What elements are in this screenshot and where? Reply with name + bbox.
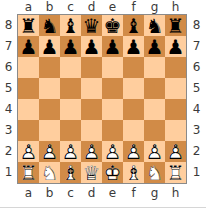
square-b8[interactable]: ♞	[39, 15, 60, 36]
piece-white-queen[interactable]: ♛♕	[81, 162, 102, 183]
piece-black-knight[interactable]: ♞	[144, 15, 165, 36]
file-label-g: g	[144, 184, 165, 204]
square-g1[interactable]: ♞♘	[144, 162, 165, 183]
piece-black-pawn[interactable]: ♟	[144, 36, 165, 57]
square-g5[interactable]	[144, 78, 165, 99]
white-pawn-fill: ♟	[165, 141, 186, 162]
rank-label-5: 5	[0, 78, 17, 99]
piece-black-knight[interactable]: ♞	[39, 15, 60, 36]
square-e3[interactable]	[102, 120, 123, 141]
square-f3[interactable]	[123, 120, 144, 141]
file-label-a: a	[18, 0, 39, 14]
square-c7[interactable]: ♟	[60, 36, 81, 57]
chess-diagram-screen: abcdefgh 87654321 ♜♞♝♛♚♝♞♜♟♟♟♟♟♟♟♟♟♙♟♙♟♙…	[0, 0, 206, 211]
left-rank-labels: 87654321	[0, 14, 17, 184]
white-pawn-fill: ♟	[102, 141, 123, 162]
black-queen-icon: ♛	[81, 15, 102, 36]
file-label-h: h	[165, 184, 186, 204]
rank-label-8: 8	[0, 15, 17, 36]
square-c8[interactable]: ♝	[60, 15, 81, 36]
file-label-c: c	[60, 0, 81, 14]
square-b3[interactable]	[39, 120, 60, 141]
piece-black-king[interactable]: ♚	[102, 15, 123, 36]
square-b7[interactable]: ♟	[39, 36, 60, 57]
white-rook-fill: ♜	[165, 162, 186, 183]
white-knight-icon: ♘	[39, 162, 60, 183]
square-c5[interactable]	[60, 78, 81, 99]
square-d3[interactable]	[81, 120, 102, 141]
square-g4[interactable]	[144, 99, 165, 120]
piece-black-pawn[interactable]: ♟	[123, 36, 144, 57]
piece-black-bishop[interactable]: ♝	[123, 15, 144, 36]
chess-board: ♜♞♝♛♚♝♞♜♟♟♟♟♟♟♟♟♟♙♟♙♟♙♟♙♟♙♟♙♟♙♟♙♜♖♞♘♝♗♛♕…	[17, 14, 187, 184]
square-g2[interactable]: ♟♙	[144, 141, 165, 162]
rank-label-6: 6	[0, 57, 17, 78]
square-a3[interactable]	[18, 120, 39, 141]
white-king-icon: ♔	[102, 162, 123, 183]
piece-black-rook[interactable]: ♜	[18, 15, 39, 36]
square-h5[interactable]	[165, 78, 186, 99]
square-f4[interactable]	[123, 99, 144, 120]
white-pawn-icon: ♙	[39, 141, 60, 162]
rank-label-4: 4	[187, 99, 206, 120]
file-label-e: e	[102, 184, 123, 204]
rank-label-7: 7	[0, 36, 17, 57]
white-pawn-fill: ♟	[144, 141, 165, 162]
square-e6[interactable]	[102, 57, 123, 78]
piece-black-queen[interactable]: ♛	[81, 15, 102, 36]
piece-white-pawn[interactable]: ♟♙	[144, 141, 165, 162]
square-a4[interactable]	[18, 99, 39, 120]
white-pawn-fill: ♟	[123, 141, 144, 162]
file-label-f: f	[123, 0, 144, 14]
black-pawn-icon: ♟	[102, 36, 123, 57]
piece-black-pawn[interactable]: ♟	[60, 36, 81, 57]
square-b4[interactable]	[39, 99, 60, 120]
piece-white-pawn[interactable]: ♟♙	[102, 141, 123, 162]
piece-black-pawn[interactable]: ♟	[18, 36, 39, 57]
rank-label-7: 7	[187, 36, 206, 57]
square-h7[interactable]: ♟	[165, 36, 186, 57]
rank-label-2: 2	[187, 141, 206, 162]
file-label-b: b	[39, 184, 60, 204]
file-label-e: e	[102, 0, 123, 14]
white-queen-icon: ♕	[81, 162, 102, 183]
square-e7[interactable]: ♟	[102, 36, 123, 57]
file-label-b: b	[39, 0, 60, 14]
black-pawn-icon: ♟	[123, 36, 144, 57]
white-pawn-icon: ♙	[18, 141, 39, 162]
rank-label-8: 8	[187, 15, 206, 36]
white-rook-icon: ♖	[165, 162, 186, 183]
white-pawn-fill: ♟	[39, 141, 60, 162]
piece-white-pawn[interactable]: ♟♙	[81, 141, 102, 162]
square-d8[interactable]: ♛	[81, 15, 102, 36]
file-label-h: h	[165, 0, 186, 14]
square-e5[interactable]	[102, 78, 123, 99]
black-knight-icon: ♞	[39, 15, 60, 36]
black-bishop-icon: ♝	[60, 15, 81, 36]
white-queen-fill: ♛	[81, 162, 102, 183]
black-pawn-icon: ♟	[18, 36, 39, 57]
square-g3[interactable]	[144, 120, 165, 141]
file-label-a: a	[18, 184, 39, 204]
square-c6[interactable]	[60, 57, 81, 78]
piece-black-pawn[interactable]: ♟	[102, 36, 123, 57]
piece-black-pawn[interactable]: ♟	[39, 36, 60, 57]
rank-label-1: 1	[187, 162, 206, 183]
square-d6[interactable]	[81, 57, 102, 78]
square-f1[interactable]: ♝♗	[123, 162, 144, 183]
file-label-f: f	[123, 184, 144, 204]
piece-white-bishop[interactable]: ♝♗	[123, 162, 144, 183]
square-h1[interactable]: ♜♖	[165, 162, 186, 183]
square-c2[interactable]: ♟♙	[60, 141, 81, 162]
rank-label-3: 3	[0, 120, 17, 141]
black-pawn-icon: ♟	[165, 36, 186, 57]
square-a2[interactable]: ♟♙	[18, 141, 39, 162]
square-g8[interactable]: ♞	[144, 15, 165, 36]
square-a6[interactable]	[18, 57, 39, 78]
bottom-file-labels: abcdefgh	[18, 184, 186, 204]
black-pawn-icon: ♟	[144, 36, 165, 57]
square-f5[interactable]	[123, 78, 144, 99]
rank-label-2: 2	[0, 141, 17, 162]
right-rank-labels: 87654321	[187, 14, 206, 184]
square-h6[interactable]	[165, 57, 186, 78]
square-a7[interactable]: ♟	[18, 36, 39, 57]
square-e1[interactable]: ♚♔	[102, 162, 123, 183]
square-e8[interactable]: ♚	[102, 15, 123, 36]
black-rook-icon: ♜	[18, 15, 39, 36]
square-f6[interactable]	[123, 57, 144, 78]
board-row: 87654321 ♜♞♝♛♚♝♞♜♟♟♟♟♟♟♟♟♟♙♟♙♟♙♟♙♟♙♟♙♟♙♟…	[0, 14, 206, 184]
square-d4[interactable]	[81, 99, 102, 120]
square-g7[interactable]: ♟	[144, 36, 165, 57]
square-d7[interactable]: ♟	[81, 36, 102, 57]
piece-white-pawn[interactable]: ♟♙	[123, 141, 144, 162]
white-rook-fill: ♜	[18, 162, 39, 183]
white-pawn-icon: ♙	[60, 141, 81, 162]
square-c1[interactable]: ♝♗	[60, 162, 81, 183]
piece-white-knight[interactable]: ♞♘	[144, 162, 165, 183]
white-pawn-fill: ♟	[18, 141, 39, 162]
file-label-c: c	[60, 184, 81, 204]
square-b5[interactable]	[39, 78, 60, 99]
square-f2[interactable]: ♟♙	[123, 141, 144, 162]
piece-white-pawn[interactable]: ♟♙	[60, 141, 81, 162]
piece-white-pawn[interactable]: ♟♙	[39, 141, 60, 162]
white-bishop-fill: ♝	[60, 162, 81, 183]
rank-label-4: 4	[0, 99, 17, 120]
black-pawn-icon: ♟	[60, 36, 81, 57]
square-h3[interactable]	[165, 120, 186, 141]
piece-white-pawn[interactable]: ♟♙	[165, 141, 186, 162]
rank-label-6: 6	[187, 57, 206, 78]
rank-label-5: 5	[187, 78, 206, 99]
black-rook-icon: ♜	[165, 15, 186, 36]
rank-label-3: 3	[187, 120, 206, 141]
white-bishop-icon: ♗	[123, 162, 144, 183]
black-pawn-icon: ♟	[39, 36, 60, 57]
white-pawn-fill: ♟	[81, 141, 102, 162]
white-knight-fill: ♞	[39, 162, 60, 183]
piece-black-pawn[interactable]: ♟	[165, 36, 186, 57]
file-label-d: d	[81, 0, 102, 14]
white-pawn-icon: ♙	[165, 141, 186, 162]
square-h4[interactable]	[165, 99, 186, 120]
file-label-d: d	[81, 184, 102, 204]
square-b2[interactable]: ♟♙	[39, 141, 60, 162]
piece-black-pawn[interactable]: ♟	[81, 36, 102, 57]
square-d1[interactable]: ♛♕	[81, 162, 102, 183]
black-knight-icon: ♞	[144, 15, 165, 36]
black-pawn-icon: ♟	[81, 36, 102, 57]
square-b6[interactable]	[39, 57, 60, 78]
square-a1[interactable]: ♜♖	[18, 162, 39, 183]
square-c3[interactable]	[60, 120, 81, 141]
square-e2[interactable]: ♟♙	[102, 141, 123, 162]
piece-white-king[interactable]: ♚♔	[102, 162, 123, 183]
white-bishop-fill: ♝	[123, 162, 144, 183]
white-knight-fill: ♞	[144, 162, 165, 183]
white-pawn-icon: ♙	[123, 141, 144, 162]
white-bishop-icon: ♗	[60, 162, 81, 183]
square-a5[interactable]	[18, 78, 39, 99]
square-e4[interactable]	[102, 99, 123, 120]
top-file-labels: abcdefgh	[18, 0, 186, 14]
rank-label-1: 1	[0, 162, 17, 183]
piece-black-bishop[interactable]: ♝	[60, 15, 81, 36]
square-f7[interactable]: ♟	[123, 36, 144, 57]
square-d2[interactable]: ♟♙	[81, 141, 102, 162]
window-border-line	[0, 207, 206, 208]
file-label-g: g	[144, 0, 165, 14]
piece-white-rook[interactable]: ♜♖	[18, 162, 39, 183]
black-king-icon: ♚	[102, 15, 123, 36]
black-bishop-icon: ♝	[123, 15, 144, 36]
piece-white-pawn[interactable]: ♟♙	[18, 141, 39, 162]
square-d5[interactable]	[81, 78, 102, 99]
square-a8[interactable]: ♜	[18, 15, 39, 36]
white-rook-icon: ♖	[18, 162, 39, 183]
square-f8[interactable]: ♝	[123, 15, 144, 36]
white-pawn-fill: ♟	[60, 141, 81, 162]
square-g6[interactable]	[144, 57, 165, 78]
white-pawn-icon: ♙	[81, 141, 102, 162]
white-pawn-icon: ♙	[102, 141, 123, 162]
white-king-fill: ♚	[102, 162, 123, 183]
white-pawn-icon: ♙	[144, 141, 165, 162]
piece-white-rook[interactable]: ♜♖	[165, 162, 186, 183]
square-h8[interactable]: ♜	[165, 15, 186, 36]
piece-white-knight[interactable]: ♞♘	[39, 162, 60, 183]
square-h2[interactable]: ♟♙	[165, 141, 186, 162]
square-b1[interactable]: ♞♘	[39, 162, 60, 183]
white-knight-icon: ♘	[144, 162, 165, 183]
piece-white-bishop[interactable]: ♝♗	[60, 162, 81, 183]
piece-black-rook[interactable]: ♜	[165, 15, 186, 36]
square-c4[interactable]	[60, 99, 81, 120]
